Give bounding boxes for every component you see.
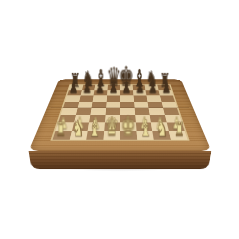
black-pawn: ♟	[82, 79, 91, 95]
folding-hinge-seam	[50, 107, 189, 108]
square-b7: ♟	[80, 90, 94, 96]
square-h1: ♜	[168, 130, 187, 139]
board-box-front-edge	[28, 151, 211, 169]
black-pawn: ♟	[135, 79, 144, 95]
square-h6	[159, 95, 174, 101]
black-pawn: ♟	[148, 79, 157, 95]
square-a7: ♟	[67, 90, 82, 96]
chess-set-product-photo: ♜♞♝♛♚♝♞♜♟♟♟♟♟♟♟♟♟♟♟♟♟♟♟♟♜♞♝♛♚♝♞♜	[0, 0, 239, 239]
white-rook: ♜	[173, 120, 184, 139]
board-squares: ♜♞♝♛♚♝♞♜♟♟♟♟♟♟♟♟♟♟♟♟♟♟♟♟♜♞♝♛♚♝♞♜	[50, 84, 189, 140]
square-f1: ♝	[136, 130, 154, 139]
square-e7: ♟	[120, 90, 133, 96]
white-knight: ♞	[156, 117, 168, 139]
square-h7: ♟	[158, 90, 173, 96]
white-king: ♚	[120, 112, 135, 139]
square-g1: ♞	[152, 130, 170, 139]
white-bishop: ♝	[88, 116, 101, 139]
square-c1: ♝	[86, 130, 104, 139]
white-rook: ♜	[55, 120, 66, 139]
square-d6	[106, 95, 120, 101]
square-c7: ♟	[93, 90, 107, 96]
board-3d-wrap: ♜♞♝♛♚♝♞♜♟♟♟♟♟♟♟♟♟♟♟♟♟♟♟♟♜♞♝♛♚♝♞♜	[46, 34, 192, 180]
square-c6	[92, 95, 106, 101]
square-d7: ♟	[106, 90, 119, 96]
square-d1: ♛	[103, 130, 120, 139]
square-a1: ♜	[52, 130, 71, 139]
white-queen: ♛	[104, 114, 118, 140]
black-pawn: ♟	[122, 79, 131, 95]
square-f6	[133, 95, 147, 101]
black-pawn: ♟	[69, 79, 78, 95]
square-g6	[146, 95, 161, 101]
square-b1: ♞	[69, 130, 87, 139]
black-pawn: ♟	[161, 79, 170, 95]
square-g7: ♟	[145, 90, 159, 96]
white-knight: ♞	[71, 117, 83, 139]
square-f7: ♟	[132, 90, 146, 96]
white-bishop: ♝	[138, 116, 151, 139]
black-pawn: ♟	[95, 79, 104, 95]
perspective-scene: ♜♞♝♛♚♝♞♜♟♟♟♟♟♟♟♟♟♟♟♟♟♟♟♟♜♞♝♛♚♝♞♜	[46, 34, 192, 180]
square-e6	[120, 95, 134, 101]
square-e1: ♚	[120, 130, 137, 139]
square-b6	[78, 95, 93, 101]
square-a6	[65, 95, 80, 101]
chess-board: ♜♞♝♛♚♝♞♜♟♟♟♟♟♟♟♟♟♟♟♟♟♟♟♟♜♞♝♛♚♝♞♜	[28, 79, 211, 151]
black-pawn: ♟	[108, 79, 117, 95]
